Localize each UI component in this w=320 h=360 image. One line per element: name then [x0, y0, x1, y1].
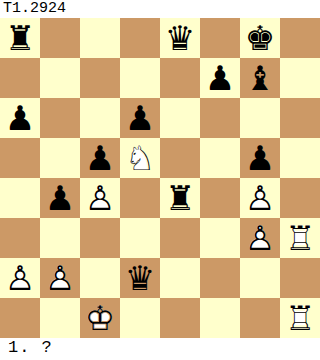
square-c8	[80, 18, 120, 58]
square-h6	[280, 98, 320, 138]
square-d2: ♛	[120, 258, 160, 298]
square-e8: ♛	[160, 18, 200, 58]
black-rook-icon: ♜	[160, 178, 200, 218]
white-knight-outline-icon: ♘	[120, 138, 160, 178]
square-e6	[160, 98, 200, 138]
piece-white-pawn: ♟♙	[40, 258, 80, 298]
square-a6: ♟	[0, 98, 40, 138]
square-d4	[120, 178, 160, 218]
square-d3	[120, 218, 160, 258]
square-b7	[40, 58, 80, 98]
square-f2	[200, 258, 240, 298]
white-pawn-icon: ♟	[240, 178, 280, 218]
square-f8	[200, 18, 240, 58]
square-h2	[280, 258, 320, 298]
piece-black-rook: ♜	[160, 178, 200, 218]
square-h4	[280, 178, 320, 218]
square-e7	[160, 58, 200, 98]
square-g2	[240, 258, 280, 298]
piece-black-queen: ♛	[160, 18, 200, 58]
black-pawn-icon: ♟	[200, 58, 240, 98]
square-a2: ♟♙	[0, 258, 40, 298]
black-pawn-icon: ♟	[120, 98, 160, 138]
white-pawn-icon: ♟	[40, 258, 80, 298]
piece-black-pawn: ♟	[40, 178, 80, 218]
square-e5	[160, 138, 200, 178]
piece-black-bishop: ♝	[240, 58, 280, 98]
square-b4: ♟	[40, 178, 80, 218]
white-pawn-outline-icon: ♙	[240, 178, 280, 218]
black-bishop-icon: ♝	[240, 58, 280, 98]
piece-black-pawn: ♟	[240, 138, 280, 178]
white-pawn-icon: ♟	[240, 218, 280, 258]
white-pawn-outline-icon: ♙	[80, 178, 120, 218]
white-pawn-outline-icon: ♙	[40, 258, 80, 298]
move-prompt: 1. ?	[8, 339, 53, 357]
square-c5: ♟	[80, 138, 120, 178]
square-d1	[120, 298, 160, 338]
piece-white-pawn: ♟♙	[0, 258, 40, 298]
white-pawn-icon: ♟	[0, 258, 40, 298]
piece-white-rook: ♜♖	[280, 298, 320, 338]
square-a8: ♜	[0, 18, 40, 58]
square-c7	[80, 58, 120, 98]
square-b5	[40, 138, 80, 178]
white-rook-icon: ♜	[280, 218, 320, 258]
square-h1: ♜♖	[280, 298, 320, 338]
piece-white-rook: ♜♖	[280, 218, 320, 258]
square-f3	[200, 218, 240, 258]
piece-black-king: ♚	[240, 18, 280, 58]
puzzle-id: T1.2924	[3, 1, 66, 17]
square-h7	[280, 58, 320, 98]
square-d8	[120, 18, 160, 58]
square-c4: ♟♙	[80, 178, 120, 218]
black-rook-icon: ♜	[0, 18, 40, 58]
square-h8	[280, 18, 320, 58]
square-c6	[80, 98, 120, 138]
black-pawn-icon: ♟	[40, 178, 80, 218]
piece-white-pawn: ♟♙	[80, 178, 120, 218]
square-f4	[200, 178, 240, 218]
square-a4	[0, 178, 40, 218]
square-d7	[120, 58, 160, 98]
square-g6	[240, 98, 280, 138]
square-c2	[80, 258, 120, 298]
square-a3	[0, 218, 40, 258]
square-f5	[200, 138, 240, 178]
piece-black-rook: ♜	[0, 18, 40, 58]
square-e4: ♜	[160, 178, 200, 218]
square-b3	[40, 218, 80, 258]
piece-black-pawn: ♟	[120, 98, 160, 138]
piece-black-pawn: ♟	[80, 138, 120, 178]
square-d5: ♞♘	[120, 138, 160, 178]
piece-white-pawn: ♟♙	[240, 218, 280, 258]
square-b8	[40, 18, 80, 58]
white-pawn-outline-icon: ♙	[240, 218, 280, 258]
square-b1	[40, 298, 80, 338]
square-h3: ♜♖	[280, 218, 320, 258]
white-rook-outline-icon: ♖	[280, 218, 320, 258]
white-king-icon: ♚	[80, 298, 120, 338]
square-a7	[0, 58, 40, 98]
square-d6: ♟	[120, 98, 160, 138]
square-f6	[200, 98, 240, 138]
square-a5	[0, 138, 40, 178]
chess-puzzle-diagram: T1.2924 ♜♛♚♟♝♟♟♟♞♘♟♟♟♙♜♟♙♟♙♜♖♟♙♟♙♛♚♔♜♖ 1…	[0, 0, 320, 360]
square-g4: ♟♙	[240, 178, 280, 218]
square-h5	[280, 138, 320, 178]
black-queen-icon: ♛	[120, 258, 160, 298]
square-g8: ♚	[240, 18, 280, 58]
chess-board: ♜♛♚♟♝♟♟♟♞♘♟♟♟♙♜♟♙♟♙♜♖♟♙♟♙♛♚♔♜♖	[0, 18, 320, 338]
black-pawn-icon: ♟	[0, 98, 40, 138]
square-g7: ♝	[240, 58, 280, 98]
square-c1: ♚♔	[80, 298, 120, 338]
square-b2: ♟♙	[40, 258, 80, 298]
black-pawn-icon: ♟	[240, 138, 280, 178]
piece-white-pawn: ♟♙	[240, 178, 280, 218]
white-knight-icon: ♞	[120, 138, 160, 178]
square-e3	[160, 218, 200, 258]
square-f7: ♟	[200, 58, 240, 98]
white-pawn-outline-icon: ♙	[0, 258, 40, 298]
square-a1	[0, 298, 40, 338]
piece-white-king: ♚♔	[80, 298, 120, 338]
square-f1	[200, 298, 240, 338]
piece-black-queen: ♛	[120, 258, 160, 298]
square-c3	[80, 218, 120, 258]
white-pawn-icon: ♟	[80, 178, 120, 218]
square-g3: ♟♙	[240, 218, 280, 258]
white-rook-icon: ♜	[280, 298, 320, 338]
piece-black-pawn: ♟	[200, 58, 240, 98]
black-pawn-icon: ♟	[80, 138, 120, 178]
white-king-outline-icon: ♔	[80, 298, 120, 338]
white-rook-outline-icon: ♖	[280, 298, 320, 338]
piece-black-pawn: ♟	[0, 98, 40, 138]
square-b6	[40, 98, 80, 138]
black-king-icon: ♚	[240, 18, 280, 58]
square-g1	[240, 298, 280, 338]
black-queen-icon: ♛	[160, 18, 200, 58]
square-e1	[160, 298, 200, 338]
square-e2	[160, 258, 200, 298]
square-g5: ♟	[240, 138, 280, 178]
piece-white-knight: ♞♘	[120, 138, 160, 178]
